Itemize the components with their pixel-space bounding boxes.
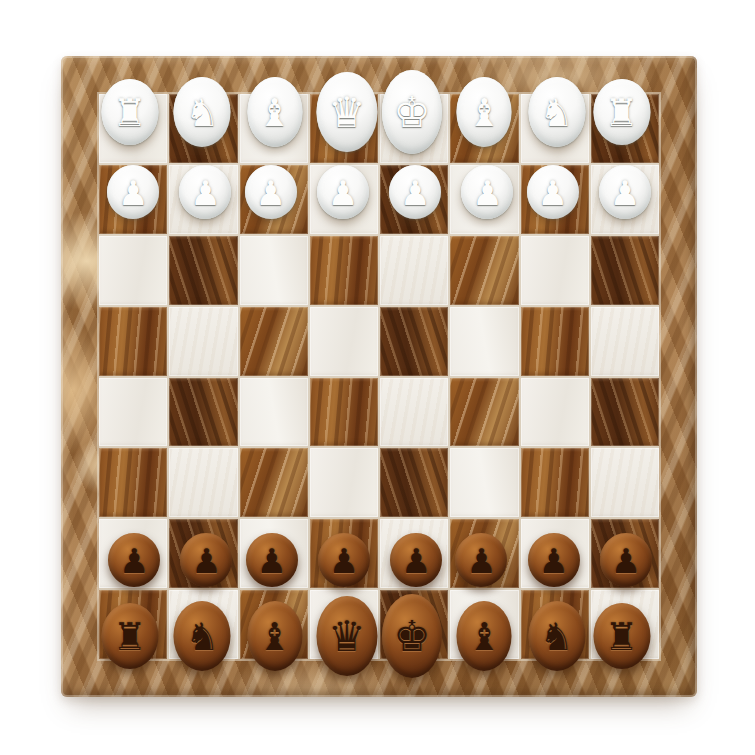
- pawn-glyph-icon: ♟: [329, 544, 359, 578]
- square-g7[interactable]: ♟: [521, 165, 589, 234]
- piece-brown-pawn[interactable]: ♟: [528, 533, 580, 587]
- square-c8[interactable]: ♝: [240, 94, 308, 163]
- piece-white-king[interactable]: ♚: [382, 70, 442, 154]
- square-e2[interactable]: ♟: [380, 519, 448, 588]
- piece-white-knight[interactable]: ♞: [174, 77, 231, 147]
- square-b1[interactable]: ♞: [169, 590, 237, 659]
- knight-glyph-icon: ♞: [185, 94, 219, 132]
- pawn-glyph-icon: ♟: [256, 544, 286, 578]
- square-d6[interactable]: [310, 236, 378, 305]
- pawn-glyph-icon: ♟: [401, 544, 431, 578]
- pawn-glyph-icon: ♟: [537, 176, 567, 210]
- piece-brown-king[interactable]: ♚: [382, 594, 442, 678]
- piece-white-pawn[interactable]: ♟: [107, 165, 159, 219]
- square-a8[interactable]: ♜: [99, 94, 167, 163]
- square-h7[interactable]: ♟: [591, 165, 659, 234]
- piece-brown-pawn[interactable]: ♟: [180, 533, 232, 587]
- knight-glyph-icon: ♞: [185, 618, 219, 656]
- square-b8[interactable]: ♞: [169, 94, 237, 163]
- square-f7[interactable]: ♟: [450, 165, 518, 234]
- square-f5[interactable]: [450, 307, 518, 376]
- rook-glyph-icon: ♜: [605, 618, 639, 656]
- king-glyph-icon: ♚: [393, 92, 431, 134]
- piece-brown-knight[interactable]: ♞: [174, 601, 231, 671]
- piece-white-pawn[interactable]: ♟: [599, 165, 651, 219]
- piece-brown-knight[interactable]: ♞: [528, 601, 585, 671]
- piece-white-knight[interactable]: ♞: [528, 77, 585, 147]
- square-g2[interactable]: ♟: [521, 519, 589, 588]
- square-h6[interactable]: [591, 236, 659, 305]
- chess-board: ♜♞♝♛♚♝♞♜♟♟♟♟♟♟♟♟♟♟♟♟♟♟♟♟♜♞♝♛♚♝♞♜: [61, 56, 697, 697]
- piece-white-bishop[interactable]: ♝: [247, 77, 302, 147]
- bishop-glyph-icon: ♝: [258, 94, 292, 132]
- square-c1[interactable]: ♝: [240, 590, 308, 659]
- square-f2[interactable]: ♟: [450, 519, 518, 588]
- piece-white-queen[interactable]: ♛: [316, 72, 377, 152]
- square-b3[interactable]: [169, 448, 237, 517]
- pawn-glyph-icon: ♟: [119, 544, 149, 578]
- square-g3[interactable]: [521, 448, 589, 517]
- piece-brown-pawn[interactable]: ♟: [246, 533, 298, 587]
- queen-glyph-icon: ♛: [328, 92, 366, 134]
- piece-white-pawn[interactable]: ♟: [245, 165, 297, 219]
- square-h5[interactable]: [591, 307, 659, 376]
- square-e3[interactable]: [380, 448, 448, 517]
- square-h2[interactable]: ♟: [591, 519, 659, 588]
- square-d5[interactable]: [310, 307, 378, 376]
- pawn-glyph-icon: ♟: [255, 176, 285, 210]
- bishop-glyph-icon: ♝: [467, 618, 501, 656]
- square-d4[interactable]: [310, 378, 378, 447]
- pawn-glyph-icon: ♟: [610, 176, 640, 210]
- square-c4[interactable]: [240, 378, 308, 447]
- bishop-glyph-icon: ♝: [258, 618, 292, 656]
- piece-brown-pawn[interactable]: ♟: [390, 533, 442, 587]
- piece-brown-queen[interactable]: ♛: [316, 596, 377, 676]
- square-a7[interactable]: ♟: [99, 165, 167, 234]
- pawn-glyph-icon: ♟: [611, 544, 641, 578]
- square-g8[interactable]: ♞: [521, 94, 589, 163]
- square-e1[interactable]: ♚: [380, 590, 448, 659]
- king-glyph-icon: ♚: [393, 616, 431, 658]
- square-d2[interactable]: ♟: [310, 519, 378, 588]
- square-b7[interactable]: ♟: [169, 165, 237, 234]
- board-grid: ♜♞♝♛♚♝♞♜♟♟♟♟♟♟♟♟♟♟♟♟♟♟♟♟♜♞♝♛♚♝♞♜: [99, 94, 659, 659]
- square-e8[interactable]: ♚: [380, 94, 448, 163]
- piece-white-pawn[interactable]: ♟: [461, 165, 513, 219]
- square-a5[interactable]: [99, 307, 167, 376]
- pawn-glyph-icon: ♟: [190, 176, 220, 210]
- piece-brown-pawn[interactable]: ♟: [318, 533, 370, 587]
- square-a6[interactable]: [99, 236, 167, 305]
- square-f1[interactable]: ♝: [450, 590, 518, 659]
- knight-glyph-icon: ♞: [540, 94, 574, 132]
- pawn-glyph-icon: ♟: [191, 544, 221, 578]
- pawn-glyph-icon: ♟: [328, 176, 358, 210]
- pawn-glyph-icon: ♟: [118, 176, 148, 210]
- rook-glyph-icon: ♜: [113, 618, 147, 656]
- square-b2[interactable]: ♟: [169, 519, 237, 588]
- piece-white-rook[interactable]: ♜: [102, 79, 159, 145]
- square-a1[interactable]: ♜: [99, 590, 167, 659]
- square-e7[interactable]: ♟: [380, 165, 448, 234]
- square-f6[interactable]: [450, 236, 518, 305]
- piece-white-pawn[interactable]: ♟: [389, 165, 441, 219]
- knight-glyph-icon: ♞: [540, 618, 574, 656]
- square-b5[interactable]: [169, 307, 237, 376]
- square-h1[interactable]: ♜: [591, 590, 659, 659]
- square-f4[interactable]: [450, 378, 518, 447]
- square-f3[interactable]: [450, 448, 518, 517]
- square-c7[interactable]: ♟: [240, 165, 308, 234]
- piece-brown-rook[interactable]: ♜: [593, 603, 650, 669]
- square-c2[interactable]: ♟: [240, 519, 308, 588]
- square-f8[interactable]: ♝: [450, 94, 518, 163]
- pawn-glyph-icon: ♟: [466, 544, 496, 578]
- piece-white-rook[interactable]: ♜: [593, 79, 650, 145]
- square-e5[interactable]: [380, 307, 448, 376]
- rook-glyph-icon: ♜: [113, 94, 147, 132]
- piece-white-bishop[interactable]: ♝: [457, 77, 512, 147]
- piece-white-pawn[interactable]: ♟: [527, 165, 579, 219]
- square-a4[interactable]: [99, 378, 167, 447]
- piece-brown-rook[interactable]: ♜: [102, 603, 159, 669]
- square-h3[interactable]: [591, 448, 659, 517]
- pawn-glyph-icon: ♟: [472, 176, 502, 210]
- square-a2[interactable]: ♟: [99, 519, 167, 588]
- square-h8[interactable]: ♜: [591, 94, 659, 163]
- piece-brown-pawn[interactable]: ♟: [108, 533, 160, 587]
- piece-brown-pawn[interactable]: ♟: [600, 533, 652, 587]
- piece-white-pawn[interactable]: ♟: [317, 165, 369, 219]
- rook-glyph-icon: ♜: [605, 94, 639, 132]
- square-c3[interactable]: [240, 448, 308, 517]
- square-e4[interactable]: [380, 378, 448, 447]
- square-b6[interactable]: [169, 236, 237, 305]
- piece-brown-bishop[interactable]: ♝: [247, 601, 302, 671]
- bishop-glyph-icon: ♝: [467, 94, 501, 132]
- square-d7[interactable]: ♟: [310, 165, 378, 234]
- square-c6[interactable]: [240, 236, 308, 305]
- pawn-glyph-icon: ♟: [400, 176, 430, 210]
- square-e6[interactable]: [380, 236, 448, 305]
- piece-brown-pawn[interactable]: ♟: [455, 533, 507, 587]
- square-d1[interactable]: ♛: [310, 590, 378, 659]
- square-h4[interactable]: [591, 378, 659, 447]
- square-d3[interactable]: [310, 448, 378, 517]
- piece-brown-bishop[interactable]: ♝: [457, 601, 512, 671]
- piece-white-pawn[interactable]: ♟: [179, 165, 231, 219]
- square-b4[interactable]: [169, 378, 237, 447]
- square-g1[interactable]: ♞: [521, 590, 589, 659]
- pawn-glyph-icon: ♟: [538, 544, 568, 578]
- square-g6[interactable]: [521, 236, 589, 305]
- queen-glyph-icon: ♛: [328, 616, 366, 658]
- square-g5[interactable]: [521, 307, 589, 376]
- square-a3[interactable]: [99, 448, 167, 517]
- square-c5[interactable]: [240, 307, 308, 376]
- square-g4[interactable]: [521, 378, 589, 447]
- square-d8[interactable]: ♛: [310, 94, 378, 163]
